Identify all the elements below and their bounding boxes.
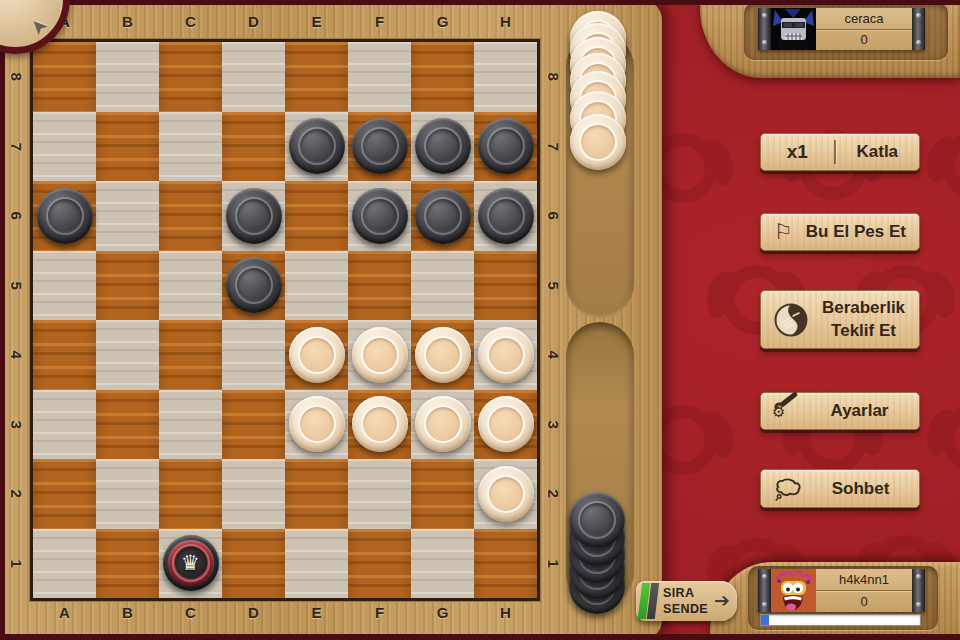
square-g5[interactable] bbox=[411, 251, 474, 321]
flag-icon: ⚐ bbox=[774, 220, 793, 244]
square-b3[interactable] bbox=[96, 390, 159, 460]
square-g8[interactable] bbox=[411, 42, 474, 112]
file-label-d: D bbox=[222, 604, 285, 622]
piece-black-h6[interactable] bbox=[478, 188, 534, 244]
gear-wrench-icon: ⚙ bbox=[774, 399, 800, 423]
player-score: 0 bbox=[816, 591, 912, 612]
square-f8[interactable] bbox=[348, 42, 411, 112]
file-label-e: E bbox=[285, 604, 348, 622]
file-label-g: G bbox=[411, 13, 474, 31]
offer-draw-button[interactable]: Beraberlik Teklif Et bbox=[760, 290, 920, 349]
piece-white-h4[interactable] bbox=[478, 327, 534, 383]
square-e1[interactable] bbox=[285, 529, 348, 599]
file-label-b: B bbox=[96, 604, 159, 622]
player-name: h4k4nn1 bbox=[816, 569, 912, 591]
square-c5[interactable] bbox=[159, 251, 222, 321]
offer-draw-line2: Teklif Et bbox=[808, 320, 919, 342]
opponent-avatar bbox=[771, 8, 816, 50]
rank-labels-right: 87654321 bbox=[540, 42, 566, 598]
piece-white-e4[interactable] bbox=[289, 327, 345, 383]
rank-label-7: 7 bbox=[0, 133, 51, 159]
settings-label: Ayarlar bbox=[800, 401, 919, 421]
player-card: h4k4nn1 0 bbox=[758, 569, 925, 612]
opponent-score: 0 bbox=[816, 30, 912, 51]
square-c2[interactable] bbox=[159, 459, 222, 529]
piece-white-f3[interactable] bbox=[352, 396, 408, 452]
piece-black-f6[interactable] bbox=[352, 188, 408, 244]
turn-indicator-text: SIRA SENDE bbox=[663, 585, 708, 617]
handshake-icon bbox=[774, 303, 808, 337]
arrow-right-icon: ➔ bbox=[714, 589, 730, 611]
settings-button[interactable]: ⚙ Ayarlar bbox=[760, 392, 920, 430]
crown-motif bbox=[942, 130, 960, 200]
rank-label-8: 8 bbox=[0, 64, 51, 90]
square-c3[interactable] bbox=[159, 390, 222, 460]
square-b7[interactable] bbox=[96, 112, 159, 182]
piece-white-h3[interactable] bbox=[478, 396, 534, 452]
square-d4[interactable] bbox=[222, 320, 285, 390]
square-e5[interactable] bbox=[285, 251, 348, 321]
square-b8[interactable] bbox=[96, 42, 159, 112]
file-label-b: B bbox=[96, 13, 159, 31]
file-label-f: F bbox=[348, 13, 411, 31]
rank-label-1: 1 bbox=[0, 550, 51, 576]
square-e8[interactable] bbox=[285, 42, 348, 112]
left-edge bbox=[0, 0, 5, 640]
turn-timer-fill bbox=[761, 615, 769, 625]
square-c8[interactable] bbox=[159, 42, 222, 112]
square-f2[interactable] bbox=[348, 459, 411, 529]
rank-labels-left: 87654321 bbox=[3, 42, 29, 598]
rank-label-3: 3 bbox=[0, 411, 51, 437]
file-label-a: A bbox=[33, 604, 96, 622]
piece-black-d6[interactable] bbox=[226, 188, 282, 244]
rank-label-2: 2 bbox=[0, 481, 51, 507]
square-c4[interactable] bbox=[159, 320, 222, 390]
player-info: h4k4nn1 0 bbox=[816, 569, 912, 612]
piece-white-e3[interactable] bbox=[289, 396, 345, 452]
card-rail bbox=[758, 8, 771, 50]
back-arrow-icon: ➤ bbox=[24, 13, 53, 42]
file-labels-top: ABCDEFGH bbox=[33, 13, 537, 31]
square-b5[interactable] bbox=[96, 251, 159, 321]
file-label-d: D bbox=[222, 13, 285, 31]
top-edge bbox=[0, 0, 960, 5]
captured-black-piece bbox=[569, 492, 625, 548]
square-c6[interactable] bbox=[159, 181, 222, 251]
card-rail bbox=[758, 569, 771, 612]
piece-black-g7[interactable] bbox=[415, 118, 471, 174]
gear-icon: ⚙ bbox=[772, 403, 785, 421]
file-labels-bottom: ABCDEFGH bbox=[33, 604, 537, 622]
square-d2[interactable] bbox=[222, 459, 285, 529]
turn-line2: SENDE bbox=[663, 601, 708, 617]
double-button[interactable]: x1 Katla bbox=[760, 133, 920, 171]
opponent-card: ceraca 0 bbox=[758, 8, 925, 50]
square-g2[interactable] bbox=[411, 459, 474, 529]
piece-white-h2[interactable] bbox=[478, 466, 534, 522]
offer-draw-line1: Beraberlik bbox=[808, 297, 919, 319]
resign-button[interactable]: ⚐ Bu El Pes Et bbox=[760, 213, 920, 251]
card-rail bbox=[912, 8, 925, 50]
turn-indicator: SIRA SENDE ➔ bbox=[636, 581, 737, 621]
turn-timer-bar bbox=[760, 614, 921, 626]
square-c7[interactable] bbox=[159, 112, 222, 182]
square-e2[interactable] bbox=[285, 459, 348, 529]
double-label: Katla bbox=[836, 142, 919, 162]
piece-white-g4[interactable] bbox=[415, 327, 471, 383]
square-f5[interactable] bbox=[348, 251, 411, 321]
file-label-h: H bbox=[474, 13, 537, 31]
square-b2[interactable] bbox=[96, 459, 159, 529]
board-panel: ABCDEFGH ABCDEFGH 87654321 87654321 ♛ ➤ bbox=[0, 0, 662, 640]
square-g1[interactable] bbox=[411, 529, 474, 599]
resign-label: Bu El Pes Et bbox=[793, 222, 919, 242]
chat-label: Sohbet bbox=[802, 479, 919, 499]
opponent-name: ceraca bbox=[816, 8, 912, 30]
file-label-e: E bbox=[285, 13, 348, 31]
player-avatar bbox=[771, 569, 816, 612]
offer-draw-label: Beraberlik Teklif Et bbox=[808, 297, 919, 342]
card-rail bbox=[912, 569, 925, 612]
piece-white-g3[interactable] bbox=[415, 396, 471, 452]
opponent-info: ceraca 0 bbox=[816, 8, 912, 50]
file-label-f: F bbox=[348, 604, 411, 622]
piece-black-g6[interactable] bbox=[415, 188, 471, 244]
piece-white-f4[interactable] bbox=[352, 327, 408, 383]
piece-black-d5[interactable] bbox=[226, 257, 282, 313]
square-e6[interactable] bbox=[285, 181, 348, 251]
piece-black-a6[interactable] bbox=[37, 188, 93, 244]
square-f1[interactable] bbox=[348, 529, 411, 599]
rank-label-5: 5 bbox=[0, 272, 51, 298]
file-label-g: G bbox=[411, 604, 474, 622]
piece-black-h7[interactable] bbox=[478, 118, 534, 174]
thought-bubble-icon bbox=[774, 476, 802, 502]
file-label-h: H bbox=[474, 604, 537, 622]
square-b1[interactable] bbox=[96, 529, 159, 599]
turn-line1: SIRA bbox=[663, 585, 708, 601]
bottom-edge bbox=[0, 634, 960, 640]
piece-black-f7[interactable] bbox=[352, 118, 408, 174]
double-multiplier: x1 bbox=[761, 141, 834, 163]
square-d7[interactable] bbox=[222, 112, 285, 182]
file-label-c: C bbox=[159, 13, 222, 31]
crown-icon: ♛ bbox=[175, 547, 207, 579]
checkers-board bbox=[30, 39, 540, 601]
piece-black-e7[interactable] bbox=[289, 118, 345, 174]
rank-label-5: 5 bbox=[518, 272, 588, 298]
file-label-c: C bbox=[159, 604, 222, 622]
square-b6[interactable] bbox=[96, 181, 159, 251]
captured-white-piece bbox=[570, 114, 626, 170]
piece-black-king-c1[interactable]: ♛ bbox=[163, 535, 219, 591]
square-d3[interactable] bbox=[222, 390, 285, 460]
square-d1[interactable] bbox=[222, 529, 285, 599]
game-screen: ABCDEFGH ABCDEFGH 87654321 87654321 ♛ ➤ bbox=[0, 0, 960, 640]
square-b4[interactable] bbox=[96, 320, 159, 390]
rank-label-4: 4 bbox=[0, 342, 51, 368]
square-d8[interactable] bbox=[222, 42, 285, 112]
chat-button[interactable]: Sohbet bbox=[760, 469, 920, 508]
crown-motif bbox=[942, 403, 960, 473]
